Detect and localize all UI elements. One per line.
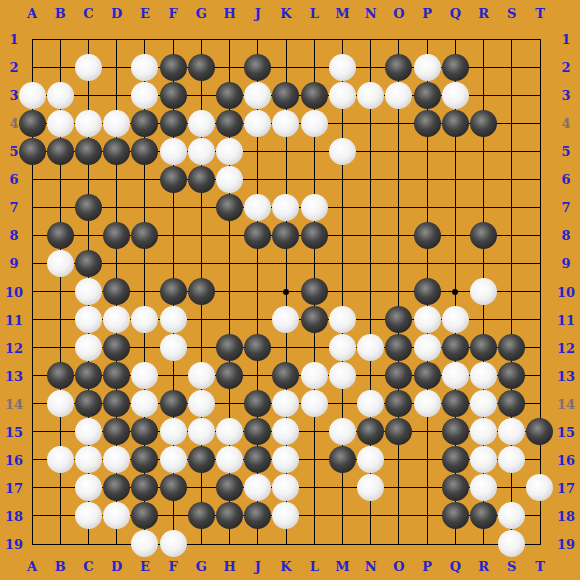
intersection-A3[interactable] [18,81,46,109]
intersection-D11[interactable] [103,305,131,333]
intersection-N1[interactable] [357,25,385,53]
intersection-H15[interactable] [215,418,243,446]
intersection-K2[interactable] [272,53,300,81]
intersection-J5[interactable] [244,137,272,165]
intersection-A5[interactable] [18,137,46,165]
intersection-K8[interactable] [272,221,300,249]
intersection-M18[interactable] [328,502,356,530]
intersection-M10[interactable] [328,277,356,305]
intersection-D18[interactable] [103,502,131,530]
intersection-P16[interactable] [413,446,441,474]
intersection-P15[interactable] [413,418,441,446]
intersection-G8[interactable] [187,221,215,249]
intersection-N18[interactable] [357,502,385,530]
intersection-E7[interactable] [131,193,159,221]
intersection-K4[interactable] [272,109,300,137]
intersection-O17[interactable] [385,474,413,502]
intersection-K6[interactable] [272,165,300,193]
intersection-D6[interactable] [103,165,131,193]
intersection-M15[interactable] [328,418,356,446]
intersection-S18[interactable] [498,502,526,530]
intersection-C11[interactable] [74,305,102,333]
intersection-Q1[interactable] [441,25,469,53]
intersection-B1[interactable] [46,25,74,53]
intersection-F3[interactable] [159,81,187,109]
intersection-D1[interactable] [103,25,131,53]
intersection-D8[interactable] [103,221,131,249]
intersection-A8[interactable] [18,221,46,249]
intersection-O5[interactable] [385,137,413,165]
intersection-A6[interactable] [18,165,46,193]
intersection-J8[interactable] [244,221,272,249]
intersection-K5[interactable] [272,137,300,165]
intersection-R4[interactable] [469,109,497,137]
intersection-R6[interactable] [469,165,497,193]
intersection-F2[interactable] [159,53,187,81]
intersection-T19[interactable] [526,530,554,558]
intersection-G17[interactable] [187,474,215,502]
intersection-E12[interactable] [131,334,159,362]
intersection-P2[interactable] [413,53,441,81]
intersection-C3[interactable] [74,81,102,109]
intersection-O14[interactable] [385,390,413,418]
intersection-F17[interactable] [159,474,187,502]
intersection-P6[interactable] [413,165,441,193]
intersection-D14[interactable] [103,390,131,418]
intersection-L5[interactable] [300,137,328,165]
intersection-A2[interactable] [18,53,46,81]
intersection-T9[interactable] [526,249,554,277]
intersection-H14[interactable] [215,390,243,418]
intersection-D17[interactable] [103,474,131,502]
intersection-K15[interactable] [272,418,300,446]
intersection-S3[interactable] [498,81,526,109]
intersection-H5[interactable] [215,137,243,165]
intersection-S15[interactable] [498,418,526,446]
intersection-E18[interactable] [131,502,159,530]
intersection-C10[interactable] [74,277,102,305]
intersection-F15[interactable] [159,418,187,446]
intersection-P17[interactable] [413,474,441,502]
intersection-H2[interactable] [215,53,243,81]
intersection-R8[interactable] [469,221,497,249]
intersection-F6[interactable] [159,165,187,193]
intersection-T2[interactable] [526,53,554,81]
intersection-H1[interactable] [215,25,243,53]
intersection-R17[interactable] [469,474,497,502]
intersection-S16[interactable] [498,446,526,474]
intersection-H18[interactable] [215,502,243,530]
intersection-J2[interactable] [244,53,272,81]
intersection-S10[interactable] [498,277,526,305]
intersection-B15[interactable] [46,418,74,446]
intersection-S8[interactable] [498,221,526,249]
intersection-H9[interactable] [215,249,243,277]
intersection-G11[interactable] [187,305,215,333]
intersection-M9[interactable] [328,249,356,277]
intersection-O7[interactable] [385,193,413,221]
intersection-B12[interactable] [46,334,74,362]
intersection-Q4[interactable] [441,109,469,137]
intersection-T10[interactable] [526,277,554,305]
intersection-K18[interactable] [272,502,300,530]
intersection-P3[interactable] [413,81,441,109]
intersection-L2[interactable] [300,53,328,81]
intersection-T14[interactable] [526,390,554,418]
intersection-N8[interactable] [357,221,385,249]
intersection-C14[interactable] [74,390,102,418]
intersection-S1[interactable] [498,25,526,53]
intersection-O13[interactable] [385,362,413,390]
intersection-J11[interactable] [244,305,272,333]
intersection-B18[interactable] [46,502,74,530]
intersection-E3[interactable] [131,81,159,109]
intersection-M11[interactable] [328,305,356,333]
intersection-N3[interactable] [357,81,385,109]
intersection-F5[interactable] [159,137,187,165]
intersection-S19[interactable] [498,530,526,558]
intersection-C15[interactable] [74,418,102,446]
intersection-F1[interactable] [159,25,187,53]
intersection-N9[interactable] [357,249,385,277]
intersection-J17[interactable] [244,474,272,502]
intersection-O19[interactable] [385,530,413,558]
intersection-S4[interactable] [498,109,526,137]
intersection-C5[interactable] [74,137,102,165]
intersection-O12[interactable] [385,334,413,362]
intersection-Q12[interactable] [441,334,469,362]
intersection-O4[interactable] [385,109,413,137]
intersection-R18[interactable] [469,502,497,530]
intersection-E15[interactable] [131,418,159,446]
intersection-J13[interactable] [244,362,272,390]
intersection-E14[interactable] [131,390,159,418]
intersection-R7[interactable] [469,193,497,221]
intersection-R2[interactable] [469,53,497,81]
intersection-J16[interactable] [244,446,272,474]
intersection-M19[interactable] [328,530,356,558]
intersection-L4[interactable] [300,109,328,137]
intersection-G7[interactable] [187,193,215,221]
intersection-C13[interactable] [74,362,102,390]
intersection-J1[interactable] [244,25,272,53]
intersection-N14[interactable] [357,390,385,418]
intersection-K14[interactable] [272,390,300,418]
intersection-T12[interactable] [526,334,554,362]
intersection-E17[interactable] [131,474,159,502]
intersection-L14[interactable] [300,390,328,418]
intersection-E11[interactable] [131,305,159,333]
intersection-M17[interactable] [328,474,356,502]
intersection-E5[interactable] [131,137,159,165]
intersection-H10[interactable] [215,277,243,305]
intersection-D10[interactable] [103,277,131,305]
intersection-B2[interactable] [46,53,74,81]
intersection-T4[interactable] [526,109,554,137]
intersection-B17[interactable] [46,474,74,502]
intersection-E19[interactable] [131,530,159,558]
intersection-K16[interactable] [272,446,300,474]
intersection-P8[interactable] [413,221,441,249]
intersection-D7[interactable] [103,193,131,221]
intersection-E6[interactable] [131,165,159,193]
intersection-S13[interactable] [498,362,526,390]
intersection-R9[interactable] [469,249,497,277]
intersection-N12[interactable] [357,334,385,362]
intersection-C16[interactable] [74,446,102,474]
intersection-T6[interactable] [526,165,554,193]
intersection-L8[interactable] [300,221,328,249]
intersection-O2[interactable] [385,53,413,81]
intersection-R5[interactable] [469,137,497,165]
intersection-E4[interactable] [131,109,159,137]
intersection-B19[interactable] [46,530,74,558]
intersection-M5[interactable] [328,137,356,165]
intersection-M2[interactable] [328,53,356,81]
intersection-R15[interactable] [469,418,497,446]
intersection-J19[interactable] [244,530,272,558]
intersection-N13[interactable] [357,362,385,390]
intersection-J4[interactable] [244,109,272,137]
intersection-L16[interactable] [300,446,328,474]
intersection-C17[interactable] [74,474,102,502]
intersection-R14[interactable] [469,390,497,418]
intersection-Q13[interactable] [441,362,469,390]
intersection-S9[interactable] [498,249,526,277]
intersection-F13[interactable] [159,362,187,390]
intersection-K19[interactable] [272,530,300,558]
intersection-B9[interactable] [46,249,74,277]
intersection-E2[interactable] [131,53,159,81]
intersection-L10[interactable] [300,277,328,305]
intersection-N10[interactable] [357,277,385,305]
intersection-L3[interactable] [300,81,328,109]
intersection-F19[interactable] [159,530,187,558]
intersection-H16[interactable] [215,446,243,474]
intersection-R1[interactable] [469,25,497,53]
intersection-B6[interactable] [46,165,74,193]
intersection-B3[interactable] [46,81,74,109]
intersection-H11[interactable] [215,305,243,333]
intersection-Q16[interactable] [441,446,469,474]
intersection-T3[interactable] [526,81,554,109]
intersection-B14[interactable] [46,390,74,418]
intersection-L9[interactable] [300,249,328,277]
intersection-E10[interactable] [131,277,159,305]
intersection-A1[interactable] [18,25,46,53]
intersection-J18[interactable] [244,502,272,530]
intersection-C1[interactable] [74,25,102,53]
intersection-N11[interactable] [357,305,385,333]
intersection-L6[interactable] [300,165,328,193]
intersection-Q6[interactable] [441,165,469,193]
intersection-F11[interactable] [159,305,187,333]
intersection-F10[interactable] [159,277,187,305]
intersection-H6[interactable] [215,165,243,193]
intersection-L1[interactable] [300,25,328,53]
intersection-R13[interactable] [469,362,497,390]
intersection-G10[interactable] [187,277,215,305]
intersection-T18[interactable] [526,502,554,530]
intersection-G12[interactable] [187,334,215,362]
intersection-Q8[interactable] [441,221,469,249]
intersection-M13[interactable] [328,362,356,390]
intersection-G15[interactable] [187,418,215,446]
intersection-N7[interactable] [357,193,385,221]
intersection-K7[interactable] [272,193,300,221]
intersection-S14[interactable] [498,390,526,418]
intersection-F9[interactable] [159,249,187,277]
intersection-F7[interactable] [159,193,187,221]
intersection-L7[interactable] [300,193,328,221]
intersection-R16[interactable] [469,446,497,474]
intersection-P19[interactable] [413,530,441,558]
intersection-D13[interactable] [103,362,131,390]
intersection-G4[interactable] [187,109,215,137]
intersection-N16[interactable] [357,446,385,474]
intersection-H17[interactable] [215,474,243,502]
intersection-E9[interactable] [131,249,159,277]
intersection-E1[interactable] [131,25,159,53]
intersection-P7[interactable] [413,193,441,221]
intersection-O8[interactable] [385,221,413,249]
intersection-K3[interactable] [272,81,300,109]
intersection-C19[interactable] [74,530,102,558]
intersection-H3[interactable] [215,81,243,109]
intersection-M8[interactable] [328,221,356,249]
intersection-R10[interactable] [469,277,497,305]
intersection-C12[interactable] [74,334,102,362]
intersection-G1[interactable] [187,25,215,53]
intersection-T8[interactable] [526,221,554,249]
intersection-Q9[interactable] [441,249,469,277]
intersection-D5[interactable] [103,137,131,165]
intersection-K13[interactable] [272,362,300,390]
intersection-H8[interactable] [215,221,243,249]
intersection-H19[interactable] [215,530,243,558]
intersection-M4[interactable] [328,109,356,137]
intersection-O1[interactable] [385,25,413,53]
intersection-F18[interactable] [159,502,187,530]
intersection-G13[interactable] [187,362,215,390]
intersection-C7[interactable] [74,193,102,221]
intersection-B4[interactable] [46,109,74,137]
intersection-P5[interactable] [413,137,441,165]
intersection-R19[interactable] [469,530,497,558]
intersection-K9[interactable] [272,249,300,277]
intersection-D2[interactable] [103,53,131,81]
intersection-O10[interactable] [385,277,413,305]
intersection-Q2[interactable] [441,53,469,81]
intersection-O9[interactable] [385,249,413,277]
intersection-P10[interactable] [413,277,441,305]
intersection-K12[interactable] [272,334,300,362]
intersection-S7[interactable] [498,193,526,221]
intersection-N6[interactable] [357,165,385,193]
intersection-S6[interactable] [498,165,526,193]
intersection-J12[interactable] [244,334,272,362]
intersection-E16[interactable] [131,446,159,474]
intersection-Q18[interactable] [441,502,469,530]
intersection-C6[interactable] [74,165,102,193]
intersection-G9[interactable] [187,249,215,277]
intersection-Q10[interactable] [441,277,469,305]
intersection-O11[interactable] [385,305,413,333]
intersection-B10[interactable] [46,277,74,305]
intersection-H13[interactable] [215,362,243,390]
intersection-M7[interactable] [328,193,356,221]
intersection-T17[interactable] [526,474,554,502]
intersection-Q3[interactable] [441,81,469,109]
intersection-D12[interactable] [103,334,131,362]
intersection-D15[interactable] [103,418,131,446]
intersection-G3[interactable] [187,81,215,109]
intersection-L15[interactable] [300,418,328,446]
intersection-P9[interactable] [413,249,441,277]
intersection-T15[interactable] [526,418,554,446]
intersection-G5[interactable] [187,137,215,165]
intersection-L13[interactable] [300,362,328,390]
intersection-F14[interactable] [159,390,187,418]
intersection-M1[interactable] [328,25,356,53]
intersection-B11[interactable] [46,305,74,333]
intersection-P11[interactable] [413,305,441,333]
intersection-M16[interactable] [328,446,356,474]
intersection-D19[interactable] [103,530,131,558]
intersection-G18[interactable] [187,502,215,530]
intersection-M14[interactable] [328,390,356,418]
intersection-F4[interactable] [159,109,187,137]
intersection-O16[interactable] [385,446,413,474]
intersection-P4[interactable] [413,109,441,137]
intersection-T1[interactable] [526,25,554,53]
intersection-D3[interactable] [103,81,131,109]
intersection-E13[interactable] [131,362,159,390]
intersection-O15[interactable] [385,418,413,446]
intersection-J3[interactable] [244,81,272,109]
intersection-P1[interactable] [413,25,441,53]
intersection-L17[interactable] [300,474,328,502]
intersection-D4[interactable] [103,109,131,137]
intersection-L18[interactable] [300,502,328,530]
intersection-K17[interactable] [272,474,300,502]
intersection-J7[interactable] [244,193,272,221]
intersection-S5[interactable] [498,137,526,165]
intersection-A9[interactable] [18,249,46,277]
intersection-B5[interactable] [46,137,74,165]
intersection-G16[interactable] [187,446,215,474]
intersection-O3[interactable] [385,81,413,109]
intersection-E8[interactable] [131,221,159,249]
intersection-A7[interactable] [18,193,46,221]
intersection-P13[interactable] [413,362,441,390]
intersection-C4[interactable] [74,109,102,137]
intersection-S17[interactable] [498,474,526,502]
intersection-T13[interactable] [526,362,554,390]
intersection-B7[interactable] [46,193,74,221]
intersection-H4[interactable] [215,109,243,137]
intersection-P14[interactable] [413,390,441,418]
intersection-G6[interactable] [187,165,215,193]
intersection-O18[interactable] [385,502,413,530]
intersection-C9[interactable] [74,249,102,277]
intersection-J15[interactable] [244,418,272,446]
intersection-Q17[interactable] [441,474,469,502]
intersection-J10[interactable] [244,277,272,305]
intersection-R11[interactable] [469,305,497,333]
intersection-K11[interactable] [272,305,300,333]
intersection-N4[interactable] [357,109,385,137]
